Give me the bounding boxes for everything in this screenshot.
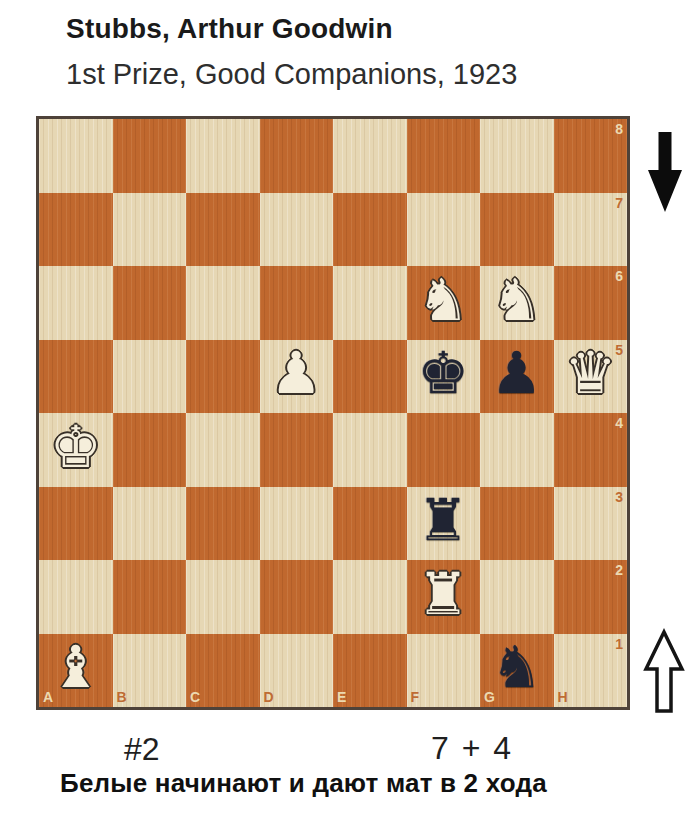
square-h4[interactable]: 4: [554, 413, 628, 487]
square-a6[interactable]: [39, 266, 113, 340]
black-moves-down-arrow-icon: [648, 132, 682, 216]
square-b4[interactable]: [113, 413, 187, 487]
square-d2[interactable]: [260, 560, 334, 634]
square-b3[interactable]: [113, 487, 187, 561]
file-label-d: D: [264, 690, 274, 704]
square-c8[interactable]: [186, 119, 260, 193]
piece-black-pawn-g5[interactable]: ♟: [491, 344, 543, 402]
square-e1[interactable]: E: [333, 634, 407, 708]
file-label-e: E: [337, 690, 346, 704]
piece-white-bishop-a1[interactable]: ♝: [50, 638, 102, 696]
square-d1[interactable]: D: [260, 634, 334, 708]
piece-white-knight-g6[interactable]: ♞: [491, 271, 543, 329]
square-a8[interactable]: [39, 119, 113, 193]
piece-white-queen-h5[interactable]: ♛: [564, 344, 616, 402]
piece-white-king-a4[interactable]: ♚: [50, 418, 102, 476]
square-b5[interactable]: [113, 340, 187, 414]
square-d7[interactable]: [260, 193, 334, 267]
square-h3[interactable]: 3: [554, 487, 628, 561]
square-c3[interactable]: [186, 487, 260, 561]
square-a5[interactable]: [39, 340, 113, 414]
square-g1[interactable]: G♞: [480, 634, 554, 708]
stipulation-mate-in-2: #2: [124, 731, 160, 768]
square-g7[interactable]: [480, 193, 554, 267]
square-e7[interactable]: [333, 193, 407, 267]
square-b6[interactable]: [113, 266, 187, 340]
piece-white-pawn-d5[interactable]: ♟: [270, 344, 322, 402]
rank-label-6: 6: [615, 269, 623, 283]
square-c6[interactable]: [186, 266, 260, 340]
square-f4[interactable]: [407, 413, 481, 487]
piece-white-rook-f2[interactable]: ♜: [417, 565, 469, 623]
square-c5[interactable]: [186, 340, 260, 414]
square-b2[interactable]: [113, 560, 187, 634]
square-h1[interactable]: 1H: [554, 634, 628, 708]
square-d5[interactable]: ♟: [260, 340, 334, 414]
square-e8[interactable]: [333, 119, 407, 193]
square-a2[interactable]: [39, 560, 113, 634]
square-d3[interactable]: [260, 487, 334, 561]
square-g4[interactable]: [480, 413, 554, 487]
square-f8[interactable]: [407, 119, 481, 193]
square-d6[interactable]: [260, 266, 334, 340]
square-b8[interactable]: [113, 119, 187, 193]
rank-label-2: 2: [615, 563, 623, 577]
piece-black-knight-g1[interactable]: ♞: [491, 638, 543, 696]
square-f6[interactable]: ♞: [407, 266, 481, 340]
square-f7[interactable]: [407, 193, 481, 267]
white-moves-up-arrow-icon: [642, 627, 686, 717]
rank-label-1: 1: [615, 637, 623, 651]
square-e4[interactable]: [333, 413, 407, 487]
square-g3[interactable]: [480, 487, 554, 561]
square-e5[interactable]: [333, 340, 407, 414]
square-f1[interactable]: F: [407, 634, 481, 708]
square-a7[interactable]: [39, 193, 113, 267]
piece-white-knight-f6[interactable]: ♞: [417, 271, 469, 329]
composer-name: Stubbs, Arthur Goodwin: [66, 12, 517, 46]
square-g5[interactable]: ♟: [480, 340, 554, 414]
caption-text: Белые начинают и дают мат в 2 хода: [60, 768, 547, 799]
rank-label-7: 7: [615, 196, 623, 210]
file-label-f: F: [411, 690, 420, 704]
square-d8[interactable]: [260, 119, 334, 193]
square-f2[interactable]: ♜: [407, 560, 481, 634]
square-h5[interactable]: 5♛: [554, 340, 628, 414]
piece-black-rook-f3[interactable]: ♜: [417, 491, 469, 549]
square-a3[interactable]: [39, 487, 113, 561]
square-c4[interactable]: [186, 413, 260, 487]
square-g8[interactable]: [480, 119, 554, 193]
square-f3[interactable]: ♜: [407, 487, 481, 561]
rank-label-4: 4: [615, 416, 623, 430]
square-h2[interactable]: 2: [554, 560, 628, 634]
square-e2[interactable]: [333, 560, 407, 634]
material-count: 7 + 4: [431, 730, 513, 767]
rank-label-5: 5: [615, 343, 623, 357]
square-h6[interactable]: 6: [554, 266, 628, 340]
square-e6[interactable]: [333, 266, 407, 340]
square-b7[interactable]: [113, 193, 187, 267]
piece-black-king-f5[interactable]: ♚: [417, 344, 469, 402]
file-label-h: H: [558, 690, 568, 704]
square-c2[interactable]: [186, 560, 260, 634]
square-d4[interactable]: [260, 413, 334, 487]
rank-label-3: 3: [615, 490, 623, 504]
square-g2[interactable]: [480, 560, 554, 634]
square-f5[interactable]: ♚: [407, 340, 481, 414]
file-label-b: B: [117, 690, 127, 704]
square-e3[interactable]: [333, 487, 407, 561]
square-b1[interactable]: B: [113, 634, 187, 708]
chess-board[interactable]: 87♞♞6♟♚♟5♛♚4♜3♜2A♝BCDEFG♞1H: [36, 116, 630, 710]
file-label-c: C: [190, 690, 200, 704]
square-h8[interactable]: 8: [554, 119, 628, 193]
chess-problem-page: Stubbs, Arthur Goodwin 1st Prize, Good C…: [0, 0, 700, 818]
square-a1[interactable]: A♝: [39, 634, 113, 708]
header: Stubbs, Arthur Goodwin 1st Prize, Good C…: [66, 12, 517, 94]
square-h7[interactable]: 7: [554, 193, 628, 267]
square-g6[interactable]: ♞: [480, 266, 554, 340]
square-a4[interactable]: ♚: [39, 413, 113, 487]
square-c7[interactable]: [186, 193, 260, 267]
square-c1[interactable]: C: [186, 634, 260, 708]
source-line: 1st Prize, Good Companions, 1923: [66, 54, 517, 94]
rank-label-8: 8: [615, 122, 623, 136]
